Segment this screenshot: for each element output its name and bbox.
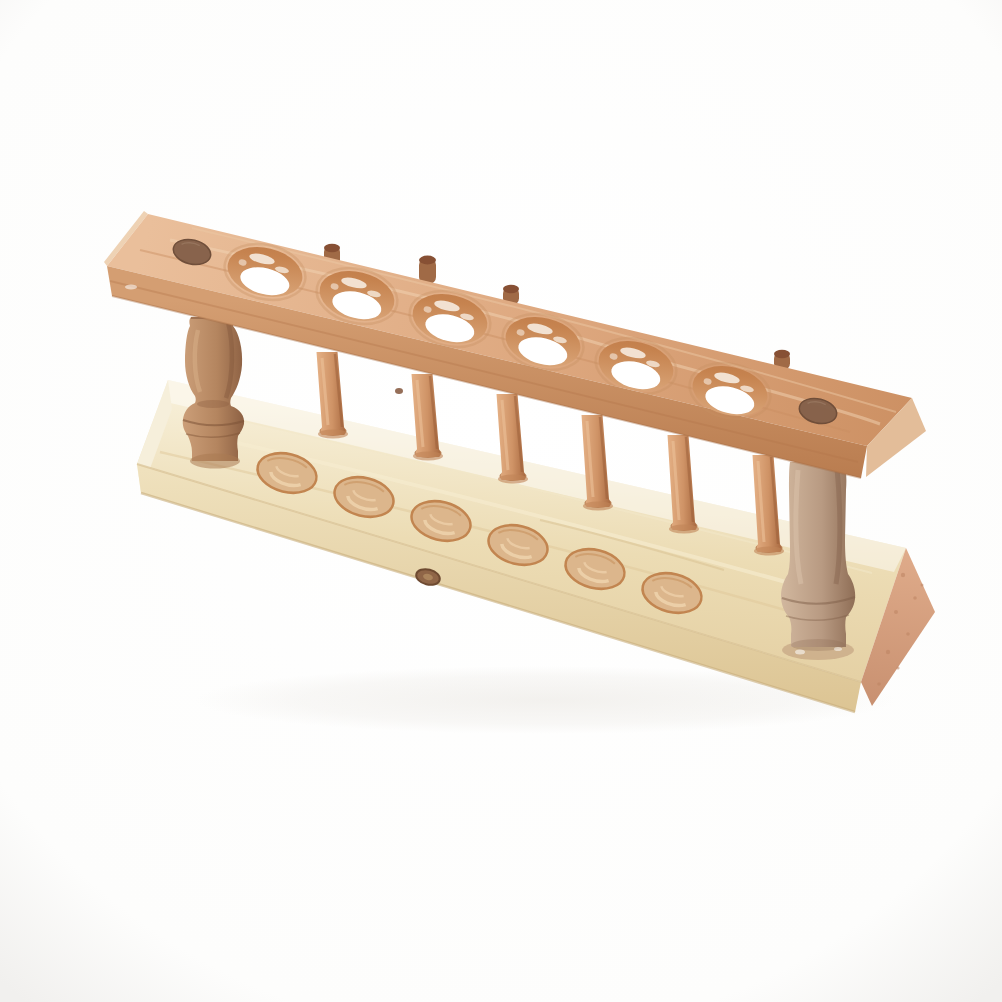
dowel-glue-seam bbox=[318, 430, 348, 439]
wood-speck bbox=[395, 388, 403, 394]
drying-pin-tip bbox=[419, 256, 436, 284]
dowel-glue-seam bbox=[498, 475, 528, 484]
product-photo bbox=[0, 0, 1002, 1002]
dowel-glue-seam bbox=[583, 502, 613, 511]
right-turned-post bbox=[781, 462, 855, 660]
dowel-glue-seam bbox=[754, 547, 784, 556]
dowel-glue-seam bbox=[669, 525, 699, 534]
varnish-scratch bbox=[125, 285, 137, 290]
post-glue-pool bbox=[190, 454, 240, 469]
dowel-glue-seam bbox=[413, 452, 443, 461]
product-photo-stage bbox=[0, 0, 1002, 1002]
